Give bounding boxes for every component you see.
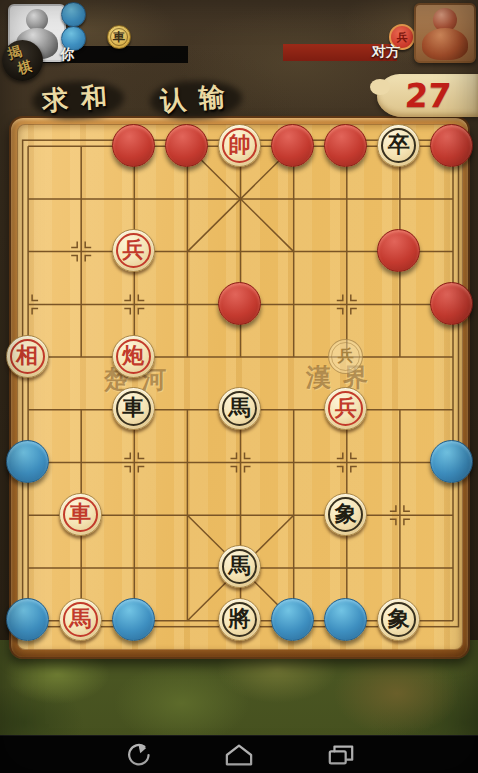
- captured-piece-coin-chariot: 車: [107, 25, 131, 49]
- hidden-piece-blue[interactable]: [324, 598, 367, 641]
- opponent-avatar[interactable]: [414, 3, 476, 63]
- hidden-piece-red[interactable]: [430, 282, 473, 325]
- piece-black-elephant[interactable]: 象: [377, 598, 420, 641]
- hidden-piece-blue[interactable]: [6, 440, 49, 483]
- hidden-piece-blue[interactable]: [430, 440, 473, 483]
- piece-black-chariot[interactable]: 車: [112, 387, 155, 430]
- app-screen: 揭 棋 車 你 对方 兵 求和 认输 27 楚河 漢界 帥卒兵相炮兵車馬兵車象馬…: [0, 0, 478, 773]
- piece-grid: 帥卒兵相炮兵車馬兵車象馬馬將象: [1, 119, 478, 646]
- hidden-piece-red[interactable]: [430, 124, 473, 167]
- home-icon[interactable]: [224, 743, 254, 767]
- recents-icon[interactable]: [326, 743, 356, 767]
- hidden-piece-red[interactable]: [112, 124, 155, 167]
- piece-black-soldier[interactable]: 卒: [377, 124, 420, 167]
- mode-badge[interactable]: 揭 棋: [2, 40, 43, 81]
- resign-button[interactable]: 认输: [153, 76, 246, 121]
- piece-black-elephant[interactable]: 象: [324, 493, 367, 536]
- back-icon[interactable]: [122, 743, 152, 767]
- move-timer-value: 27: [403, 76, 452, 115]
- hidden-piece-blue[interactable]: [6, 598, 49, 641]
- hidden-piece-red[interactable]: [218, 282, 261, 325]
- captured-hidden-blue-1: [61, 2, 86, 27]
- piece-red-chariot[interactable]: 車: [59, 493, 102, 536]
- last-move-ghost: 兵: [328, 339, 363, 374]
- move-timer: 27: [377, 74, 478, 117]
- piece-black-horse[interactable]: 馬: [218, 545, 261, 588]
- piece-red-general[interactable]: 帥: [218, 124, 261, 167]
- mode-badge-char2: 棋: [16, 57, 34, 78]
- piece-red-soldier[interactable]: 兵: [112, 229, 155, 272]
- piece-red-horse[interactable]: 馬: [59, 598, 102, 641]
- hidden-piece-blue[interactable]: [271, 598, 314, 641]
- piece-red-cannon[interactable]: 炮: [112, 335, 155, 378]
- opponent-name: 对方: [372, 43, 400, 61]
- piece-black-general[interactable]: 將: [218, 598, 261, 641]
- player-name: 你: [60, 46, 74, 64]
- piece-red-elephant[interactable]: 相: [6, 335, 49, 378]
- piece-red-soldier[interactable]: 兵: [324, 387, 367, 430]
- hidden-piece-red[interactable]: [165, 124, 208, 167]
- hidden-piece-red[interactable]: [271, 124, 314, 167]
- android-navbar: [0, 735, 478, 773]
- offer-draw-button[interactable]: 求和: [35, 76, 128, 121]
- piece-black-horse[interactable]: 馬: [218, 387, 261, 430]
- hidden-piece-blue[interactable]: [112, 598, 155, 641]
- hidden-piece-red[interactable]: [377, 229, 420, 272]
- hidden-piece-red[interactable]: [324, 124, 367, 167]
